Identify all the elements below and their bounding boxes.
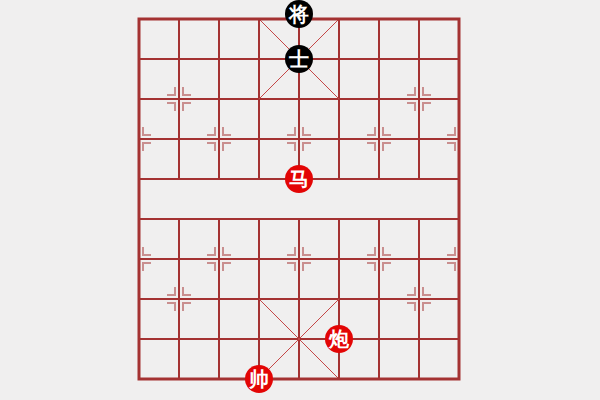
xiangqi-app-window: 将士马炮帅 [0, 0, 600, 400]
red-general[interactable]: 帅 [245, 365, 273, 393]
black-general[interactable]: 将 [285, 0, 313, 28]
red-horse[interactable]: 马 [285, 165, 313, 193]
red-cannon[interactable]: 炮 [325, 325, 353, 353]
board[interactable]: 将士马炮帅 [119, 0, 479, 399]
black-advisor[interactable]: 士 [285, 45, 313, 73]
